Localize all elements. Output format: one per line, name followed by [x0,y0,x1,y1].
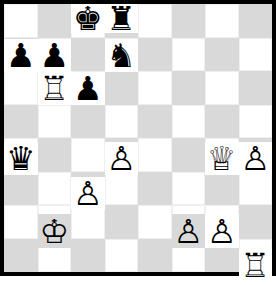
square-a8[interactable] [4,4,38,38]
square-d1[interactable] [105,239,139,273]
square-g2[interactable]: ♙ [205,205,239,239]
square-d5[interactable] [105,105,139,139]
square-h5[interactable] [239,105,273,139]
square-d3[interactable] [105,172,139,206]
square-b2[interactable]: ♔ [38,205,72,239]
chess-diagram: ♚♜♟♟♞♖♟♛♙♕♙♙♔♙♙♖ [0,0,276,285]
square-b4[interactable] [38,138,72,172]
piece-white-rook: ♖ [38,72,72,105]
piece-white-pawn: ♙ [239,142,273,175]
square-d2[interactable] [105,205,139,239]
square-g7[interactable] [205,38,239,72]
square-d6[interactable] [105,71,139,105]
square-c3[interactable]: ♙ [71,172,105,206]
square-g5[interactable] [205,105,239,139]
square-b5[interactable] [38,105,72,139]
piece-black-king: ♚ [71,4,105,33]
piece-black-queen: ♛ [4,142,38,175]
square-b1[interactable] [38,239,72,273]
square-e4[interactable] [138,138,172,172]
square-a3[interactable] [4,172,38,206]
square-f2[interactable]: ♙ [172,205,206,239]
square-d4[interactable]: ♙ [105,138,139,172]
square-a7[interactable]: ♟ [4,38,38,72]
piece-black-rook: ♜ [105,4,139,33]
square-b3[interactable] [38,172,72,206]
piece-white-queen: ♕ [205,142,239,175]
square-f1[interactable] [172,239,206,273]
square-c1[interactable] [71,239,105,273]
piece-black-pawn: ♟ [71,72,105,105]
square-e1[interactable] [138,239,172,273]
square-c7[interactable] [71,38,105,72]
piece-white-rook: ♖ [239,249,273,283]
square-h3[interactable] [239,172,273,206]
piece-black-pawn: ♟ [38,39,72,72]
piece-black-knight: ♞ [105,39,139,72]
square-a6[interactable] [4,71,38,105]
square-a5[interactable] [4,105,38,139]
square-e5[interactable] [138,105,172,139]
square-d7[interactable]: ♞ [105,38,139,72]
square-a2[interactable] [4,205,38,239]
piece-white-pawn: ♙ [105,142,139,175]
square-f4[interactable] [172,138,206,172]
square-a4[interactable]: ♛ [4,138,38,172]
square-b8[interactable] [38,4,72,38]
square-e3[interactable] [138,172,172,206]
square-c5[interactable] [71,105,105,139]
square-f7[interactable] [172,38,206,72]
square-e6[interactable] [138,71,172,105]
square-f5[interactable] [172,105,206,139]
square-e8[interactable] [138,4,172,38]
square-d8[interactable]: ♜ [105,4,139,38]
square-g4[interactable]: ♕ [205,138,239,172]
square-g3[interactable] [205,172,239,206]
square-c4[interactable] [71,138,105,172]
square-c2[interactable] [71,205,105,239]
square-f8[interactable] [172,4,206,38]
square-a1[interactable] [4,239,38,273]
square-h6[interactable] [239,71,273,105]
square-c8[interactable]: ♚ [71,4,105,38]
square-g6[interactable] [205,71,239,105]
square-h1[interactable]: ♖ [239,239,273,273]
square-f6[interactable] [172,71,206,105]
square-h8[interactable] [239,4,273,38]
square-c6[interactable]: ♟ [71,71,105,105]
square-g8[interactable] [205,4,239,38]
piece-black-pawn: ♟ [4,39,38,72]
square-h4[interactable]: ♙ [239,138,273,172]
square-e7[interactable] [138,38,172,72]
square-e2[interactable] [138,205,172,239]
chess-board: ♚♜♟♟♞♖♟♛♙♕♙♙♔♙♙♖ [0,0,276,276]
square-b6[interactable]: ♖ [38,71,72,105]
square-b7[interactable]: ♟ [38,38,72,72]
square-g1[interactable] [205,239,239,273]
square-f3[interactable] [172,172,206,206]
square-h7[interactable] [239,38,273,72]
square-h2[interactable] [239,205,273,239]
